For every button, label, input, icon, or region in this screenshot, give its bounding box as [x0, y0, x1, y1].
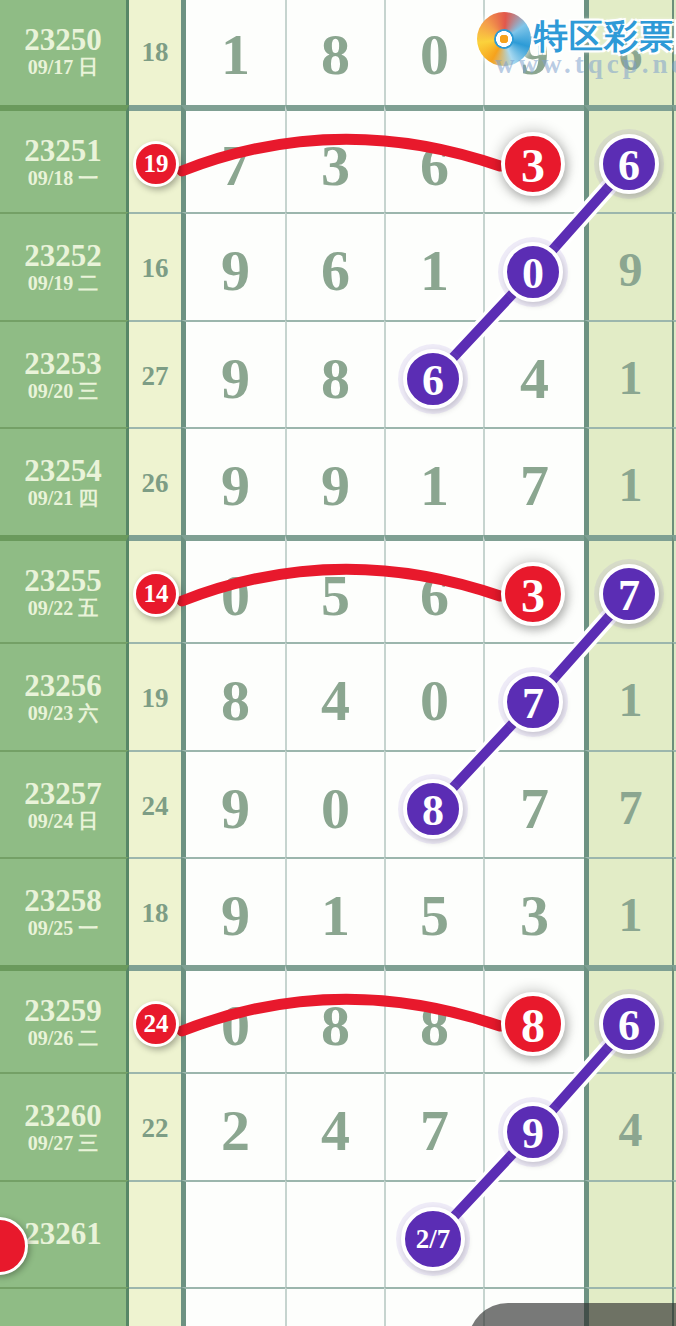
sum-cell: [129, 1287, 181, 1326]
sum-cell: 26: [129, 427, 181, 535]
digit-cell: 4: [285, 642, 384, 750]
chart-row: 23252 09/19 二 16 9 6 1 0 9: [0, 212, 676, 320]
digit-cell: 1: [285, 857, 384, 965]
edge-strip: [672, 857, 676, 965]
edge-strip: [672, 750, 676, 858]
tail-cell: 1: [584, 427, 672, 535]
draw-date: 09/23 六: [28, 703, 99, 723]
sum-cell: 18: [129, 857, 181, 965]
tail-cell: 1: [584, 320, 672, 428]
digit-cell: 9: [181, 750, 285, 858]
digit-cell: 1: [181, 0, 285, 105]
digit-cell: 1: [384, 427, 483, 535]
digit-circle-purple: 9: [503, 1102, 563, 1162]
bottom-toolbar-sheet[interactable]: [468, 1303, 676, 1326]
draw-cell: 23250 09/17 日: [0, 0, 129, 105]
sum-circle-red: 14: [133, 571, 179, 617]
chart-row: 23260 09/27 三 22 2 4 7 9 4: [0, 1072, 676, 1180]
digit-circle-purple: 8: [403, 779, 463, 839]
edge-strip: [672, 320, 676, 428]
chart-row: 23250 09/17 日 18 1 8 0 9 6: [0, 0, 676, 105]
digit-circle-purple: 6: [403, 349, 463, 409]
draw-date: 09/27 三: [28, 1133, 99, 1153]
edge-strip: [672, 212, 676, 320]
digit-cell: 4: [483, 320, 584, 428]
edge-strip: [672, 1180, 676, 1288]
draw-number: 23259: [24, 995, 102, 1026]
draw-cell: 23255 09/22 五: [0, 535, 129, 643]
draw-number: 23260: [24, 1100, 102, 1131]
digit-cell: 0: [181, 965, 285, 1073]
tail-cell: 4: [584, 1072, 672, 1180]
sum-cell: 22: [129, 1072, 181, 1180]
digit-cell: [285, 1180, 384, 1288]
draw-number: 23255: [24, 565, 102, 596]
draw-cell: [0, 1287, 129, 1326]
draw-cell: 23254 09/21 四: [0, 427, 129, 535]
digit-cell: [384, 1287, 483, 1326]
digit-circle-purple: 7: [599, 564, 659, 624]
digit-circle-purple: 6: [599, 994, 659, 1054]
edge-strip: [672, 1072, 676, 1180]
draw-number: 23250: [24, 24, 102, 55]
digit-circle-red: 3: [501, 562, 565, 626]
draw-number: 23254: [24, 455, 102, 486]
digit-cell: 8: [285, 320, 384, 428]
digit-cell: 8: [285, 965, 384, 1073]
chart-row: 23251 09/18 一 19 7 3 6 3 6: [0, 105, 676, 213]
sum-cell: [129, 1180, 181, 1288]
digit-cell: 0: [285, 750, 384, 858]
digit-cell: 7: [483, 427, 584, 535]
draw-cell: 23258 09/25 一: [0, 857, 129, 965]
chart-row: 23257 09/24 日 24 9 0 8 7 7: [0, 750, 676, 858]
tail-cell: 9: [584, 212, 672, 320]
chart-table: 23250 09/17 日 18 1 8 0 9 6 23251 09/18 一…: [0, 0, 676, 1326]
digit-cell: 3: [285, 105, 384, 213]
draw-number: 23258: [24, 885, 102, 916]
digit-cell: 9: [181, 857, 285, 965]
digit-cell: 0: [384, 0, 483, 105]
digit-cell: [181, 1287, 285, 1326]
digit-circle-purple: 7: [503, 672, 563, 732]
digit-cell: 5: [285, 535, 384, 643]
digit-cell: 8: [181, 642, 285, 750]
digit-cell: 3: [483, 857, 584, 965]
draw-date: 09/22 五: [28, 598, 99, 618]
edge-strip: [672, 535, 676, 643]
draw-date: 09/20 三: [28, 381, 99, 401]
digit-cell: 4: [285, 1072, 384, 1180]
digit-cell: 0: [384, 642, 483, 750]
digit-cell: 8: [285, 0, 384, 105]
sum-cell: 18: [129, 0, 181, 105]
draw-date: 09/26 二: [28, 1028, 99, 1048]
sum-cell: 27: [129, 320, 181, 428]
sum-circle-red: 24: [133, 1001, 179, 1047]
sum-cell: 16: [129, 212, 181, 320]
digit-cell: 9: [181, 427, 285, 535]
edge-strip: [672, 642, 676, 750]
draw-date: 09/19 二: [28, 273, 99, 293]
draw-number: 23253: [24, 348, 102, 379]
draw-cell: 23257 09/24 日: [0, 750, 129, 858]
digit-cell: 9: [181, 212, 285, 320]
draw-number: 23256: [24, 670, 102, 701]
tail-cell: [584, 1180, 672, 1288]
chart-row: 23256 09/23 六 19 8 4 0 7 1: [0, 642, 676, 750]
draw-date: 09/18 一: [28, 168, 99, 188]
draw-cell: 23256 09/23 六: [0, 642, 129, 750]
digit-circle-red: 8: [501, 992, 565, 1056]
chart-row: 23254 09/21 四 26 9 9 1 7 1: [0, 427, 676, 535]
digit-cell: 6: [384, 105, 483, 213]
digit-cell: 6: [285, 212, 384, 320]
draw-cell: 23253 09/20 三: [0, 320, 129, 428]
draw-date: 09/25 一: [28, 918, 99, 938]
tail-cell: 1: [584, 857, 672, 965]
edge-strip: [672, 427, 676, 535]
edge-strip: [672, 0, 676, 105]
digit-cell: 7: [384, 1072, 483, 1180]
sum-circle-red: 19: [133, 141, 179, 187]
edge-strip: [672, 965, 676, 1073]
forecast-circle-purple: 2/7: [401, 1207, 465, 1271]
digit-circle-purple: 0: [503, 242, 563, 302]
digit-cell: 2: [181, 1072, 285, 1180]
digit-cell: 7: [483, 750, 584, 858]
draw-date: 09/21 四: [28, 488, 99, 508]
tail-cell: 7: [584, 750, 672, 858]
digit-cell: 8: [384, 965, 483, 1073]
digit-cell: 1: [384, 212, 483, 320]
draw-number: 23252: [24, 240, 102, 271]
digit-cell: 9: [285, 427, 384, 535]
draw-number: 23251: [24, 135, 102, 166]
chart-row: 23255 09/22 五 14 0 5 6 3 7: [0, 535, 676, 643]
sum-cell: 24: [129, 750, 181, 858]
digit-circle-purple: 6: [599, 134, 659, 194]
chart-row: 23258 09/25 一 18 9 1 5 3 1: [0, 857, 676, 965]
draw-cell: 23260 09/27 三: [0, 1072, 129, 1180]
draw-number: 23257: [24, 778, 102, 809]
chart-row: 23259 09/26 二 24 0 8 8 8 6: [0, 965, 676, 1073]
digit-cell: [285, 1287, 384, 1326]
tail-cell: 1: [584, 642, 672, 750]
chart-row-next-draw: 23261: [0, 1180, 676, 1288]
lottery-trend-chart-screen: 23250 09/17 日 18 1 8 0 9 6 23251 09/18 一…: [0, 0, 676, 1326]
sum-cell: 19: [129, 642, 181, 750]
draw-cell: 23259 09/26 二: [0, 965, 129, 1073]
draw-date: 09/17 日: [28, 57, 99, 77]
digit-cell: 9: [181, 320, 285, 428]
digit-cell: 0: [181, 535, 285, 643]
chart-row: 23253 09/20 三 27 9 8 6 4 1: [0, 320, 676, 428]
digit-cell: 6: [384, 535, 483, 643]
digit-cell: 9: [483, 0, 584, 105]
digit-cell: [483, 1180, 584, 1288]
digit-cell: 7: [181, 105, 285, 213]
tail-cell: 6: [584, 0, 672, 105]
digit-cell: [181, 1180, 285, 1288]
draw-cell: 23251 09/18 一: [0, 105, 129, 213]
digit-cell: 5: [384, 857, 483, 965]
draw-number: 23261: [24, 1218, 102, 1249]
edge-strip: [672, 105, 676, 213]
draw-date: 09/24 日: [28, 811, 99, 831]
draw-cell: 23252 09/19 二: [0, 212, 129, 320]
digit-circle-red: 3: [501, 132, 565, 196]
